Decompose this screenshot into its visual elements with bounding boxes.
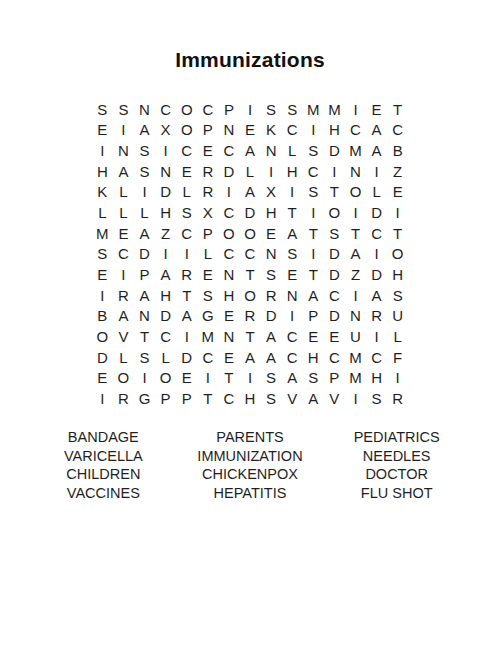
grid-cell[interactable]: E bbox=[92, 264, 113, 285]
grid-cell[interactable]: R bbox=[366, 305, 387, 326]
grid-cell[interactable]: C bbox=[218, 388, 239, 409]
grid-cell[interactable]: E bbox=[282, 264, 303, 285]
grid-cell[interactable]: O bbox=[176, 120, 197, 141]
grid-cell[interactable]: O bbox=[239, 223, 260, 244]
grid-cell[interactable]: I bbox=[366, 243, 387, 264]
grid-cell[interactable]: B bbox=[92, 305, 113, 326]
grid-cell[interactable]: E bbox=[176, 367, 197, 388]
grid-cell[interactable]: H bbox=[387, 264, 408, 285]
grid-cell[interactable]: S bbox=[303, 140, 324, 161]
grid-cell[interactable]: E bbox=[113, 223, 134, 244]
grid-cell[interactable]: N bbox=[134, 305, 155, 326]
word-list-item[interactable]: BANDAGE bbox=[30, 428, 177, 447]
grid-cell[interactable]: C bbox=[155, 99, 176, 120]
grid-cell[interactable]: A bbox=[113, 161, 134, 182]
grid-cell[interactable]: I bbox=[282, 182, 303, 203]
grid-cell[interactable]: I bbox=[303, 202, 324, 223]
grid-cell[interactable]: R bbox=[113, 285, 134, 306]
grid-cell[interactable]: S bbox=[261, 264, 282, 285]
grid-cell[interactable]: N bbox=[345, 305, 366, 326]
grid-cell[interactable]: T bbox=[345, 223, 366, 244]
word-list-column: PEDIATRICSNEEDLESDOCTORFLU SHOT bbox=[323, 428, 470, 502]
grid-cell[interactable]: A bbox=[345, 243, 366, 264]
grid-cell[interactable]: I bbox=[155, 243, 176, 264]
grid-cell[interactable]: D bbox=[218, 161, 239, 182]
grid-cell[interactable]: I bbox=[113, 120, 134, 141]
grid-cell[interactable]: M bbox=[303, 99, 324, 120]
grid-cell[interactable]: M bbox=[324, 99, 345, 120]
word-list-item[interactable]: PARENTS bbox=[177, 428, 324, 447]
grid-cell[interactable]: F bbox=[387, 347, 408, 368]
grid-cell[interactable]: P bbox=[176, 388, 197, 409]
grid-cell[interactable]: E bbox=[176, 161, 197, 182]
grid-cell[interactable]: A bbox=[366, 285, 387, 306]
grid-cell[interactable]: A bbox=[282, 367, 303, 388]
grid-cell[interactable]: R bbox=[113, 388, 134, 409]
grid-cell[interactable]: S bbox=[134, 140, 155, 161]
grid-cell[interactable]: H bbox=[303, 347, 324, 368]
grid-cell[interactable]: R bbox=[197, 161, 218, 182]
grid-cell[interactable]: D bbox=[134, 243, 155, 264]
grid-cell[interactable]: L bbox=[366, 182, 387, 203]
grid-cell[interactable]: D bbox=[261, 305, 282, 326]
grid-cell[interactable]: S bbox=[92, 99, 113, 120]
grid-cell[interactable]: M bbox=[345, 347, 366, 368]
grid-cell[interactable]: H bbox=[92, 161, 113, 182]
grid-cell[interactable]: S bbox=[303, 367, 324, 388]
grid-cell[interactable]: N bbox=[261, 140, 282, 161]
grid-cell[interactable]: I bbox=[176, 326, 197, 347]
grid-cell[interactable]: S bbox=[92, 243, 113, 264]
word-list-item[interactable]: VARICELLA bbox=[30, 447, 177, 466]
grid-cell[interactable]: U bbox=[345, 326, 366, 347]
grid-cell[interactable]: X bbox=[155, 120, 176, 141]
grid-cell[interactable]: A bbox=[239, 140, 260, 161]
grid-cell[interactable]: D bbox=[324, 140, 345, 161]
grid-cell[interactable]: T bbox=[197, 388, 218, 409]
grid-cell[interactable]: H bbox=[239, 388, 260, 409]
grid-cell[interactable]: S bbox=[387, 285, 408, 306]
grid-cell[interactable]: S bbox=[134, 347, 155, 368]
grid-cell[interactable]: I bbox=[134, 182, 155, 203]
grid-cell[interactable]: O bbox=[218, 223, 239, 244]
grid-cell[interactable]: I bbox=[113, 264, 134, 285]
grid-cell[interactable]: T bbox=[239, 326, 260, 347]
grid-cell[interactable]: A bbox=[155, 264, 176, 285]
word-list-item[interactable]: DOCTOR bbox=[323, 465, 470, 484]
grid-cell[interactable]: H bbox=[155, 202, 176, 223]
grid-cell[interactable]: H bbox=[218, 285, 239, 306]
grid-cell[interactable]: I bbox=[282, 305, 303, 326]
grid-cell[interactable]: G bbox=[134, 388, 155, 409]
grid-cell[interactable]: T bbox=[303, 223, 324, 244]
word-list: BANDAGEVARICELLACHILDRENVACCINESPARENTSI… bbox=[30, 428, 470, 502]
grid-cell[interactable]: C bbox=[282, 120, 303, 141]
grid-cell[interactable]: L bbox=[197, 243, 218, 264]
grid-cell[interactable]: T bbox=[282, 202, 303, 223]
grid-cell[interactable]: I bbox=[261, 161, 282, 182]
grid-cell[interactable]: I bbox=[366, 161, 387, 182]
grid-cell[interactable]: T bbox=[387, 99, 408, 120]
grid-cell[interactable]: D bbox=[155, 182, 176, 203]
grid-cell[interactable]: D bbox=[92, 347, 113, 368]
grid-cell[interactable]: S bbox=[176, 202, 197, 223]
grid-cell[interactable]: I bbox=[155, 140, 176, 161]
grid-cell[interactable]: N bbox=[282, 285, 303, 306]
grid-cell[interactable]: A bbox=[303, 388, 324, 409]
grid-cell[interactable]: E bbox=[261, 223, 282, 244]
grid-cell[interactable]: I bbox=[92, 140, 113, 161]
grid-cell[interactable]: D bbox=[155, 305, 176, 326]
grid-cell[interactable]: O bbox=[155, 367, 176, 388]
grid-cell[interactable]: E bbox=[239, 120, 260, 141]
grid-cell[interactable]: V bbox=[282, 388, 303, 409]
grid-cell[interactable]: H bbox=[282, 161, 303, 182]
grid-cell[interactable]: S bbox=[113, 99, 134, 120]
grid-cell[interactable]: A bbox=[113, 305, 134, 326]
grid-cell[interactable]: A bbox=[134, 120, 155, 141]
word-list-item[interactable]: HEPATITIS bbox=[177, 484, 324, 503]
word-list-item[interactable]: CHILDREN bbox=[30, 465, 177, 484]
grid-cell[interactable]: E bbox=[92, 120, 113, 141]
grid-cell[interactable]: X bbox=[197, 202, 218, 223]
grid-cell[interactable]: E bbox=[387, 182, 408, 203]
grid-cell[interactable]: S bbox=[261, 99, 282, 120]
grid-cell[interactable]: S bbox=[197, 285, 218, 306]
grid-cell[interactable]: A bbox=[282, 223, 303, 244]
grid-cell[interactable]: P bbox=[303, 305, 324, 326]
grid-cell[interactable]: L bbox=[155, 347, 176, 368]
grid-cell[interactable]: O bbox=[113, 367, 134, 388]
grid-cell[interactable]: I bbox=[239, 367, 260, 388]
grid-cell[interactable]: H bbox=[324, 120, 345, 141]
grid-cell[interactable]: C bbox=[218, 140, 239, 161]
grid-cell[interactable]: M bbox=[345, 140, 366, 161]
grid-cell[interactable]: C bbox=[366, 347, 387, 368]
grid-cell[interactable]: T bbox=[387, 223, 408, 244]
letter-grid: SSNCOCPISSMMIETEIAXOPNEKCIHCACINSICECANL… bbox=[92, 99, 408, 409]
grid-cell[interactable]: C bbox=[218, 202, 239, 223]
grid-cell[interactable]: O bbox=[324, 202, 345, 223]
word-list-item[interactable]: PEDIATRICS bbox=[323, 428, 470, 447]
grid-cell[interactable]: I bbox=[366, 326, 387, 347]
grid-cell[interactable]: C bbox=[239, 243, 260, 264]
grid-cell[interactable]: I bbox=[92, 285, 113, 306]
grid-cell[interactable]: T bbox=[176, 285, 197, 306]
grid-cell[interactable]: P bbox=[324, 367, 345, 388]
grid-cell[interactable]: N bbox=[113, 140, 134, 161]
grid-cell[interactable]: T bbox=[218, 367, 239, 388]
grid-cell[interactable]: C bbox=[324, 347, 345, 368]
grid-cell[interactable]: S bbox=[134, 161, 155, 182]
word-list-item[interactable]: CHICKENPOX bbox=[177, 465, 324, 484]
grid-cell[interactable]: C bbox=[387, 120, 408, 141]
grid-cell[interactable]: I bbox=[387, 202, 408, 223]
grid-cell[interactable]: B bbox=[387, 140, 408, 161]
grid-cell[interactable]: N bbox=[261, 243, 282, 264]
grid-cell[interactable]: T bbox=[239, 264, 260, 285]
grid-cell[interactable]: K bbox=[92, 182, 113, 203]
grid-cell[interactable]: R bbox=[239, 305, 260, 326]
grid-cell[interactable]: K bbox=[261, 120, 282, 141]
grid-cell[interactable]: R bbox=[387, 388, 408, 409]
grid-cell[interactable]: C bbox=[176, 223, 197, 244]
grid-cell[interactable]: N bbox=[345, 161, 366, 182]
grid-cell[interactable]: I bbox=[197, 367, 218, 388]
word-list-item[interactable]: FLU SHOT bbox=[323, 484, 470, 503]
grid-cell[interactable]: O bbox=[239, 285, 260, 306]
grid-cell[interactable]: C bbox=[345, 120, 366, 141]
grid-cell[interactable]: C bbox=[282, 347, 303, 368]
grid-cell[interactable]: N bbox=[155, 161, 176, 182]
grid-cell[interactable]: M bbox=[92, 223, 113, 244]
grid-cell[interactable]: A bbox=[134, 223, 155, 244]
grid-cell[interactable]: I bbox=[345, 202, 366, 223]
grid-cell[interactable]: Z bbox=[155, 223, 176, 244]
grid-cell[interactable]: C bbox=[197, 347, 218, 368]
word-list-column: BANDAGEVARICELLACHILDRENVACCINES bbox=[30, 428, 177, 502]
grid-cell[interactable]: S bbox=[282, 243, 303, 264]
grid-cell[interactable]: P bbox=[134, 264, 155, 285]
grid-cell[interactable]: E bbox=[303, 326, 324, 347]
grid-cell[interactable]: E bbox=[324, 326, 345, 347]
grid-cell[interactable]: A bbox=[303, 285, 324, 306]
grid-cell[interactable]: A bbox=[176, 305, 197, 326]
word-list-item[interactable]: IMMUNIZATION bbox=[177, 447, 324, 466]
grid-cell[interactable]: A bbox=[134, 285, 155, 306]
grid-cell[interactable]: E bbox=[218, 305, 239, 326]
grid-cell[interactable]: L bbox=[134, 202, 155, 223]
grid-cell[interactable]: N bbox=[218, 326, 239, 347]
grid-cell[interactable]: Z bbox=[387, 161, 408, 182]
grid-cell[interactable]: E bbox=[366, 99, 387, 120]
grid-cell[interactable]: I bbox=[324, 161, 345, 182]
word-list-column: PARENTSIMMUNIZATIONCHICKENPOXHEPATITIS bbox=[177, 428, 324, 502]
grid-cell[interactable]: I bbox=[345, 99, 366, 120]
grid-cell[interactable]: C bbox=[324, 285, 345, 306]
grid-cell[interactable]: R bbox=[197, 182, 218, 203]
grid-cell[interactable]: I bbox=[303, 243, 324, 264]
grid-cell[interactable]: D bbox=[176, 347, 197, 368]
grid-cell[interactable]: H bbox=[366, 367, 387, 388]
grid-cell[interactable]: N bbox=[218, 264, 239, 285]
grid-cell[interactable]: O bbox=[345, 182, 366, 203]
grid-cell[interactable]: C bbox=[176, 140, 197, 161]
grid-cell[interactable]: I bbox=[345, 388, 366, 409]
grid-cell[interactable]: A bbox=[366, 140, 387, 161]
grid-cell[interactable]: E bbox=[197, 140, 218, 161]
grid-cell[interactable]: S bbox=[303, 182, 324, 203]
grid-cell[interactable]: L bbox=[176, 182, 197, 203]
grid-cell[interactable]: A bbox=[261, 347, 282, 368]
grid-cell[interactable]: N bbox=[218, 120, 239, 141]
grid-cell[interactable]: H bbox=[155, 285, 176, 306]
grid-cell[interactable]: C bbox=[155, 326, 176, 347]
grid-cell[interactable]: I bbox=[345, 285, 366, 306]
grid-cell[interactable]: C bbox=[282, 326, 303, 347]
grid-cell[interactable]: E bbox=[92, 367, 113, 388]
grid-cell[interactable]: R bbox=[176, 264, 197, 285]
grid-cell[interactable]: A bbox=[239, 347, 260, 368]
grid-cell[interactable]: T bbox=[303, 264, 324, 285]
grid-cell[interactable]: L bbox=[387, 326, 408, 347]
grid-cell[interactable]: E bbox=[218, 347, 239, 368]
grid-cell[interactable]: R bbox=[261, 285, 282, 306]
grid-cell[interactable]: O bbox=[92, 326, 113, 347]
grid-cell[interactable]: P bbox=[155, 388, 176, 409]
grid-cell[interactable]: A bbox=[239, 182, 260, 203]
grid-cell[interactable]: L bbox=[113, 182, 134, 203]
grid-cell[interactable]: U bbox=[387, 305, 408, 326]
grid-cell[interactable]: S bbox=[366, 388, 387, 409]
grid-cell[interactable]: M bbox=[197, 326, 218, 347]
grid-cell[interactable]: I bbox=[239, 99, 260, 120]
grid-cell[interactable]: O bbox=[387, 243, 408, 264]
grid-cell[interactable]: P bbox=[197, 120, 218, 141]
grid-cell[interactable]: C bbox=[218, 243, 239, 264]
grid-cell[interactable]: I bbox=[303, 120, 324, 141]
grid-cell[interactable]: T bbox=[134, 326, 155, 347]
grid-cell[interactable]: L bbox=[239, 161, 260, 182]
word-list-item[interactable]: NEEDLES bbox=[323, 447, 470, 466]
grid-cell[interactable]: D bbox=[239, 202, 260, 223]
grid-cell[interactable]: C bbox=[113, 243, 134, 264]
grid-cell[interactable]: I bbox=[387, 367, 408, 388]
grid-cell[interactable]: L bbox=[113, 347, 134, 368]
grid-cell[interactable]: A bbox=[366, 120, 387, 141]
grid-cell[interactable]: G bbox=[197, 305, 218, 326]
grid-cell[interactable]: H bbox=[261, 202, 282, 223]
grid-cell[interactable]: L bbox=[282, 140, 303, 161]
word-list-item[interactable]: VACCINES bbox=[30, 484, 177, 503]
grid-cell[interactable]: I bbox=[218, 182, 239, 203]
grid-cell[interactable]: C bbox=[197, 99, 218, 120]
grid-cell[interactable]: S bbox=[261, 367, 282, 388]
grid-cell[interactable]: E bbox=[197, 264, 218, 285]
grid-cell[interactable]: D bbox=[324, 264, 345, 285]
grid-cell[interactable]: L bbox=[113, 202, 134, 223]
grid-cell[interactable]: M bbox=[345, 367, 366, 388]
grid-cell[interactable]: P bbox=[218, 99, 239, 120]
grid-cell[interactable]: L bbox=[92, 202, 113, 223]
grid-cell[interactable]: I bbox=[176, 243, 197, 264]
grid-cell[interactable]: S bbox=[324, 223, 345, 244]
grid-cell[interactable]: C bbox=[303, 161, 324, 182]
grid-cell[interactable]: T bbox=[324, 182, 345, 203]
grid-cell[interactable]: Z bbox=[345, 264, 366, 285]
grid-cell[interactable]: I bbox=[134, 367, 155, 388]
grid-cell[interactable]: S bbox=[282, 99, 303, 120]
grid-cell[interactable]: V bbox=[113, 326, 134, 347]
grid-cell[interactable]: C bbox=[366, 223, 387, 244]
grid-cell[interactable]: P bbox=[197, 223, 218, 244]
grid-cell[interactable]: A bbox=[261, 326, 282, 347]
grid-cell[interactable]: D bbox=[324, 305, 345, 326]
grid-cell[interactable]: D bbox=[366, 202, 387, 223]
puzzle-title: Immunizations bbox=[0, 48, 500, 72]
grid-cell[interactable]: X bbox=[261, 182, 282, 203]
grid-cell[interactable]: I bbox=[92, 388, 113, 409]
grid-cell[interactable]: N bbox=[134, 99, 155, 120]
grid-cell[interactable]: D bbox=[324, 243, 345, 264]
grid-cell[interactable]: D bbox=[366, 264, 387, 285]
grid-cell[interactable]: S bbox=[261, 388, 282, 409]
grid-cell[interactable]: O bbox=[176, 99, 197, 120]
grid-cell[interactable]: V bbox=[324, 388, 345, 409]
